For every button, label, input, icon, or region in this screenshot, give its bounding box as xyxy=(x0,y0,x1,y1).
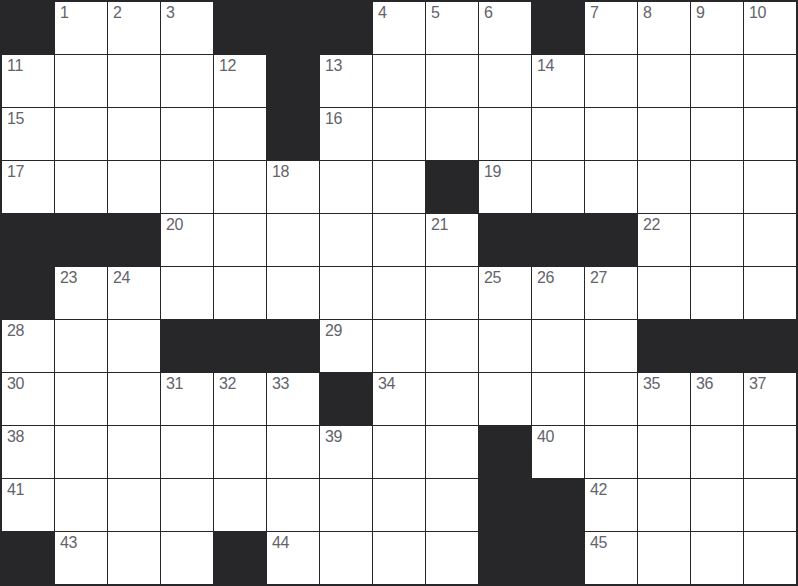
clue-number-1: 1 xyxy=(60,4,69,22)
black-cell-r4c1 xyxy=(55,214,107,266)
cell-r9c7[interactable] xyxy=(373,479,425,531)
black-cell-r0c4 xyxy=(214,2,266,54)
cell-r6c1[interactable] xyxy=(55,320,107,372)
cell-r1c8[interactable] xyxy=(426,55,478,107)
cell-r1c10[interactable]: 14 xyxy=(532,55,584,107)
clue-number-3: 3 xyxy=(166,4,175,22)
cell-r9c2[interactable] xyxy=(108,479,160,531)
cell-r7c11[interactable] xyxy=(585,373,637,425)
cell-r4c8[interactable]: 21 xyxy=(426,214,478,266)
clue-number-18: 18 xyxy=(272,163,289,181)
cell-r4c14[interactable] xyxy=(744,214,796,266)
cell-r2c8[interactable] xyxy=(426,108,478,160)
cell-r9c11[interactable]: 42 xyxy=(585,479,637,531)
cell-r2c11[interactable] xyxy=(585,108,637,160)
cell-r7c4[interactable]: 32 xyxy=(214,373,266,425)
black-cell-r6c14 xyxy=(744,320,796,372)
cell-r4c4[interactable] xyxy=(214,214,266,266)
black-cell-r0c10 xyxy=(532,2,584,54)
clue-number-31: 31 xyxy=(166,375,183,393)
cell-r10c5[interactable]: 44 xyxy=(267,532,319,584)
black-cell-r4c10 xyxy=(532,214,584,266)
crossword-grid: 1234567891011121314151617181920212223242… xyxy=(0,0,798,586)
clue-number-16: 16 xyxy=(325,110,342,128)
cell-r7c8[interactable] xyxy=(426,373,478,425)
cell-r3c10[interactable] xyxy=(532,161,584,213)
cell-r1c7[interactable] xyxy=(373,55,425,107)
cell-r2c10[interactable] xyxy=(532,108,584,160)
black-cell-r4c0 xyxy=(2,214,54,266)
cell-r5c2[interactable]: 24 xyxy=(108,267,160,319)
cell-r4c3[interactable]: 20 xyxy=(161,214,213,266)
cell-r6c10[interactable] xyxy=(532,320,584,372)
cell-r4c5[interactable] xyxy=(267,214,319,266)
black-cell-r1c5 xyxy=(267,55,319,107)
cell-r9c1[interactable] xyxy=(55,479,107,531)
clue-number-10: 10 xyxy=(749,4,766,22)
cell-r3c13[interactable] xyxy=(691,161,743,213)
cell-r9c0[interactable]: 41 xyxy=(2,479,54,531)
cell-r7c14[interactable]: 37 xyxy=(744,373,796,425)
cell-r6c6[interactable]: 29 xyxy=(320,320,372,372)
cell-r2c3[interactable] xyxy=(161,108,213,160)
cell-r10c13[interactable] xyxy=(691,532,743,584)
clue-number-32: 32 xyxy=(219,375,236,393)
cell-r9c12[interactable] xyxy=(638,479,690,531)
cell-r2c2[interactable] xyxy=(108,108,160,160)
black-cell-r8c9 xyxy=(479,426,531,478)
clue-number-12: 12 xyxy=(219,57,236,75)
clue-number-45: 45 xyxy=(590,534,607,552)
cell-r1c14[interactable] xyxy=(744,55,796,107)
cell-r1c13[interactable] xyxy=(691,55,743,107)
cell-r0c13[interactable]: 9 xyxy=(691,2,743,54)
black-cell-r4c2 xyxy=(108,214,160,266)
cell-r0c11[interactable]: 7 xyxy=(585,2,637,54)
cell-r0c14[interactable]: 10 xyxy=(744,2,796,54)
cell-r2c1[interactable] xyxy=(55,108,107,160)
cell-r10c12[interactable] xyxy=(638,532,690,584)
cell-r8c2[interactable] xyxy=(108,426,160,478)
black-cell-r6c5 xyxy=(267,320,319,372)
cell-r10c3[interactable] xyxy=(161,532,213,584)
clue-number-28: 28 xyxy=(7,322,24,340)
clue-number-40: 40 xyxy=(537,428,554,446)
black-cell-r0c0 xyxy=(2,2,54,54)
black-cell-r0c6 xyxy=(320,2,372,54)
cell-r1c12[interactable] xyxy=(638,55,690,107)
cell-r5c3[interactable] xyxy=(161,267,213,319)
black-cell-r10c10 xyxy=(532,532,584,584)
black-cell-r3c8 xyxy=(426,161,478,213)
cell-r1c6[interactable]: 13 xyxy=(320,55,372,107)
black-cell-r0c5 xyxy=(267,2,319,54)
cell-r10c11[interactable]: 45 xyxy=(585,532,637,584)
clue-number-26: 26 xyxy=(537,269,554,287)
cell-r10c2[interactable] xyxy=(108,532,160,584)
clue-number-23: 23 xyxy=(60,269,77,287)
cell-r0c3[interactable]: 3 xyxy=(161,2,213,54)
cell-r4c7[interactable] xyxy=(373,214,425,266)
black-cell-r6c13 xyxy=(691,320,743,372)
cell-r10c7[interactable] xyxy=(373,532,425,584)
cell-r9c14[interactable] xyxy=(744,479,796,531)
cell-r8c12[interactable] xyxy=(638,426,690,478)
cell-r7c7[interactable]: 34 xyxy=(373,373,425,425)
cell-r1c1[interactable] xyxy=(55,55,107,107)
clue-number-20: 20 xyxy=(166,216,183,234)
clue-number-30: 30 xyxy=(7,375,24,393)
cell-r5c7[interactable] xyxy=(373,267,425,319)
clue-number-14: 14 xyxy=(537,57,554,75)
cell-r7c12[interactable]: 35 xyxy=(638,373,690,425)
clue-number-27: 27 xyxy=(590,269,607,287)
cell-r5c9[interactable]: 25 xyxy=(479,267,531,319)
clue-number-35: 35 xyxy=(643,375,660,393)
cell-r5c13[interactable] xyxy=(691,267,743,319)
cell-r0c9[interactable]: 6 xyxy=(479,2,531,54)
cell-r5c1[interactable]: 23 xyxy=(55,267,107,319)
cell-r2c14[interactable] xyxy=(744,108,796,160)
cell-r6c0[interactable]: 28 xyxy=(2,320,54,372)
cell-r10c14[interactable] xyxy=(744,532,796,584)
cell-r5c10[interactable]: 26 xyxy=(532,267,584,319)
cell-r2c9[interactable] xyxy=(479,108,531,160)
clue-number-43: 43 xyxy=(60,534,77,552)
cell-r1c9[interactable] xyxy=(479,55,531,107)
cell-r8c6[interactable]: 39 xyxy=(320,426,372,478)
cell-r8c13[interactable] xyxy=(691,426,743,478)
cell-r3c11[interactable] xyxy=(585,161,637,213)
cell-r9c5[interactable] xyxy=(267,479,319,531)
clue-number-2: 2 xyxy=(113,4,122,22)
cell-r7c2[interactable] xyxy=(108,373,160,425)
cell-r7c9[interactable] xyxy=(479,373,531,425)
cell-r3c14[interactable] xyxy=(744,161,796,213)
clue-number-17: 17 xyxy=(7,163,24,181)
clue-number-11: 11 xyxy=(7,57,23,75)
cell-r0c7[interactable]: 4 xyxy=(373,2,425,54)
cell-r7c3[interactable]: 31 xyxy=(161,373,213,425)
cell-r2c12[interactable] xyxy=(638,108,690,160)
cell-r2c0[interactable]: 15 xyxy=(2,108,54,160)
clue-number-33: 33 xyxy=(272,375,289,393)
clue-number-13: 13 xyxy=(325,57,342,75)
cell-r2c6[interactable]: 16 xyxy=(320,108,372,160)
cell-r1c2[interactable] xyxy=(108,55,160,107)
clue-number-24: 24 xyxy=(113,269,130,287)
cell-r6c7[interactable] xyxy=(373,320,425,372)
clue-number-38: 38 xyxy=(7,428,24,446)
cell-r1c4[interactable]: 12 xyxy=(214,55,266,107)
clue-number-21: 21 xyxy=(431,216,448,234)
cell-r8c1[interactable] xyxy=(55,426,107,478)
cell-r2c7[interactable] xyxy=(373,108,425,160)
cell-r7c13[interactable]: 36 xyxy=(691,373,743,425)
cell-r9c8[interactable] xyxy=(426,479,478,531)
black-cell-r9c10 xyxy=(532,479,584,531)
cell-r8c5[interactable] xyxy=(267,426,319,478)
clue-number-29: 29 xyxy=(325,322,342,340)
cell-r8c3[interactable] xyxy=(161,426,213,478)
cell-r8c0[interactable]: 38 xyxy=(2,426,54,478)
cell-r8c10[interactable]: 40 xyxy=(532,426,584,478)
black-cell-r10c4 xyxy=(214,532,266,584)
cell-r3c2[interactable] xyxy=(108,161,160,213)
clue-number-8: 8 xyxy=(643,4,652,22)
clue-number-42: 42 xyxy=(590,481,607,499)
cell-r9c13[interactable] xyxy=(691,479,743,531)
cell-r4c12[interactable]: 22 xyxy=(638,214,690,266)
cell-r5c6[interactable] xyxy=(320,267,372,319)
cell-r3c3[interactable] xyxy=(161,161,213,213)
cell-r4c6[interactable] xyxy=(320,214,372,266)
cell-r7c1[interactable] xyxy=(55,373,107,425)
cell-r3c5[interactable]: 18 xyxy=(267,161,319,213)
clue-number-9: 9 xyxy=(696,4,705,22)
cell-r6c9[interactable] xyxy=(479,320,531,372)
cell-r8c8[interactable] xyxy=(426,426,478,478)
cell-r7c10[interactable] xyxy=(532,373,584,425)
cell-r4c13[interactable] xyxy=(691,214,743,266)
cell-r1c0[interactable]: 11 xyxy=(2,55,54,107)
clue-number-34: 34 xyxy=(378,375,395,393)
cell-r5c14[interactable] xyxy=(744,267,796,319)
cell-r5c12[interactable] xyxy=(638,267,690,319)
cell-r0c2[interactable]: 2 xyxy=(108,2,160,54)
clue-number-4: 4 xyxy=(378,4,387,22)
clue-number-15: 15 xyxy=(7,110,24,128)
cell-r1c11[interactable] xyxy=(585,55,637,107)
black-cell-r9c9 xyxy=(479,479,531,531)
cell-r8c14[interactable] xyxy=(744,426,796,478)
cell-r10c1[interactable]: 43 xyxy=(55,532,107,584)
cell-r1c3[interactable] xyxy=(161,55,213,107)
black-cell-r10c0 xyxy=(2,532,54,584)
cell-r8c11[interactable] xyxy=(585,426,637,478)
cell-r10c6[interactable] xyxy=(320,532,372,584)
cell-r3c12[interactable] xyxy=(638,161,690,213)
clue-number-44: 44 xyxy=(272,534,289,552)
cell-r0c12[interactable]: 8 xyxy=(638,2,690,54)
cell-r0c8[interactable]: 5 xyxy=(426,2,478,54)
clue-number-19: 19 xyxy=(484,163,501,181)
cell-r7c5[interactable]: 33 xyxy=(267,373,319,425)
cell-r0c1[interactable]: 1 xyxy=(55,2,107,54)
black-cell-r4c11 xyxy=(585,214,637,266)
black-cell-r4c9 xyxy=(479,214,531,266)
cell-r7c0[interactable]: 30 xyxy=(2,373,54,425)
black-cell-r6c4 xyxy=(214,320,266,372)
crossword-board: 1234567891011121314151617181920212223242… xyxy=(0,0,798,586)
cell-r9c4[interactable] xyxy=(214,479,266,531)
cell-r3c4[interactable] xyxy=(214,161,266,213)
cell-r3c1[interactable] xyxy=(55,161,107,213)
cell-r5c5[interactable] xyxy=(267,267,319,319)
clue-number-36: 36 xyxy=(696,375,713,393)
clue-number-22: 22 xyxy=(643,216,660,234)
black-cell-r2c5 xyxy=(267,108,319,160)
black-cell-r5c0 xyxy=(2,267,54,319)
cell-r6c11[interactable] xyxy=(585,320,637,372)
cell-r6c2[interactable] xyxy=(108,320,160,372)
cell-r8c7[interactable] xyxy=(373,426,425,478)
cell-r8c4[interactable] xyxy=(214,426,266,478)
black-cell-r6c3 xyxy=(161,320,213,372)
clue-number-37: 37 xyxy=(749,375,766,393)
clue-number-39: 39 xyxy=(325,428,342,446)
clue-number-5: 5 xyxy=(431,4,440,22)
cell-r3c9[interactable]: 19 xyxy=(479,161,531,213)
clue-number-6: 6 xyxy=(484,4,493,22)
cell-r2c13[interactable] xyxy=(691,108,743,160)
cell-r9c6[interactable] xyxy=(320,479,372,531)
cell-r3c6[interactable] xyxy=(320,161,372,213)
clue-number-7: 7 xyxy=(590,4,599,22)
black-cell-r7c6 xyxy=(320,373,372,425)
clue-number-41: 41 xyxy=(7,481,24,499)
cell-r2c4[interactable] xyxy=(214,108,266,160)
cell-r3c7[interactable] xyxy=(373,161,425,213)
black-cell-r10c9 xyxy=(479,532,531,584)
cell-r9c3[interactable] xyxy=(161,479,213,531)
cell-r5c11[interactable]: 27 xyxy=(585,267,637,319)
cell-r5c4[interactable] xyxy=(214,267,266,319)
cell-r3c0[interactable]: 17 xyxy=(2,161,54,213)
cell-r10c8[interactable] xyxy=(426,532,478,584)
cell-r5c8[interactable] xyxy=(426,267,478,319)
cell-r6c8[interactable] xyxy=(426,320,478,372)
clue-number-25: 25 xyxy=(484,269,501,287)
black-cell-r6c12 xyxy=(638,320,690,372)
